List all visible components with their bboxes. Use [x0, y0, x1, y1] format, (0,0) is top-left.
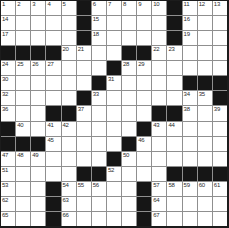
- clue-number: 50: [123, 152, 129, 158]
- clue-number: 35: [199, 91, 205, 97]
- white-cell[interactable]: 30: [1, 76, 15, 90]
- white-cell[interactable]: [107, 31, 121, 45]
- white-cell[interactable]: [92, 152, 106, 166]
- clue-number: 53: [2, 182, 8, 188]
- clue-number: 34: [184, 91, 190, 97]
- white-cell[interactable]: 64: [152, 197, 166, 211]
- clue-number: 29: [138, 61, 144, 67]
- clue-number: 48: [17, 152, 23, 158]
- white-cell[interactable]: [183, 61, 197, 75]
- clue-number: 23: [168, 46, 174, 52]
- white-cell[interactable]: [198, 61, 212, 75]
- white-cell[interactable]: 53: [1, 182, 15, 196]
- white-cell[interactable]: [167, 152, 181, 166]
- black-cell: [167, 31, 181, 45]
- white-cell[interactable]: [31, 91, 45, 105]
- black-cell: [152, 106, 166, 120]
- white-cell[interactable]: 39: [213, 106, 227, 120]
- white-cell[interactable]: [62, 61, 76, 75]
- clue-number: 2: [17, 1, 20, 7]
- white-cell[interactable]: [16, 106, 30, 120]
- white-cell[interactable]: [46, 31, 60, 45]
- white-cell[interactable]: [92, 122, 106, 136]
- white-cell[interactable]: [213, 152, 227, 166]
- black-cell: [137, 212, 151, 226]
- white-cell[interactable]: 66: [62, 212, 76, 226]
- black-cell: [46, 212, 60, 226]
- white-cell[interactable]: 33: [92, 91, 106, 105]
- clue-number: 62: [2, 197, 8, 203]
- white-cell[interactable]: [137, 31, 151, 45]
- white-cell[interactable]: [167, 76, 181, 90]
- white-cell[interactable]: 17: [1, 31, 15, 45]
- black-cell: [77, 1, 91, 15]
- black-cell: [77, 31, 91, 45]
- white-cell[interactable]: 1: [1, 1, 15, 15]
- white-cell[interactable]: 60: [198, 182, 212, 196]
- white-cell[interactable]: [16, 197, 30, 211]
- clue-number: 45: [47, 137, 53, 143]
- white-cell[interactable]: 34: [183, 91, 197, 105]
- white-cell[interactable]: 22: [152, 46, 166, 60]
- white-cell[interactable]: [16, 16, 30, 30]
- white-cell[interactable]: 44: [167, 122, 181, 136]
- clue-number: 15: [93, 16, 99, 22]
- white-cell[interactable]: 54: [62, 182, 76, 196]
- white-cell[interactable]: [167, 212, 181, 226]
- white-cell[interactable]: [213, 31, 227, 45]
- white-cell[interactable]: 37: [77, 106, 91, 120]
- white-cell[interactable]: 45: [46, 137, 60, 151]
- white-cell[interactable]: 58: [167, 182, 181, 196]
- clue-number: 1: [2, 1, 5, 7]
- white-cell[interactable]: [122, 91, 136, 105]
- clue-number: 16: [184, 16, 190, 22]
- white-cell[interactable]: [16, 31, 30, 45]
- white-cell[interactable]: [183, 137, 197, 151]
- white-cell[interactable]: [46, 16, 60, 30]
- black-cell: [62, 106, 76, 120]
- white-cell[interactable]: [46, 167, 60, 181]
- black-cell: [1, 122, 15, 136]
- clue-number: 25: [17, 61, 23, 67]
- white-cell[interactable]: [62, 167, 76, 181]
- clue-number: 33: [93, 91, 99, 97]
- black-cell: [213, 91, 227, 105]
- black-cell: [213, 76, 227, 90]
- white-cell[interactable]: [92, 106, 106, 120]
- clue-number: 67: [153, 212, 159, 218]
- white-cell[interactable]: [183, 122, 197, 136]
- white-cell[interactable]: 62: [1, 197, 15, 211]
- black-cell: [31, 46, 45, 60]
- clue-number: 52: [108, 167, 114, 173]
- white-cell[interactable]: [137, 16, 151, 30]
- black-cell: [31, 137, 45, 151]
- clue-number: 7: [108, 1, 111, 7]
- white-cell[interactable]: [62, 31, 76, 45]
- clue-number: 55: [78, 182, 84, 188]
- white-cell[interactable]: 15: [92, 16, 106, 30]
- white-cell[interactable]: 59: [183, 182, 197, 196]
- white-cell[interactable]: 63: [62, 197, 76, 211]
- white-cell[interactable]: 67: [152, 212, 166, 226]
- clue-number: 63: [63, 197, 69, 203]
- clue-number: 19: [184, 31, 190, 37]
- white-cell[interactable]: [122, 197, 136, 211]
- clue-number: 61: [214, 182, 220, 188]
- white-cell[interactable]: [62, 91, 76, 105]
- black-cell: [107, 152, 121, 166]
- white-cell[interactable]: 55: [77, 182, 91, 196]
- white-cell[interactable]: [77, 152, 91, 166]
- white-cell[interactable]: [137, 106, 151, 120]
- white-cell[interactable]: [107, 122, 121, 136]
- white-cell[interactable]: 8: [122, 1, 136, 15]
- white-cell[interactable]: 4: [46, 1, 60, 15]
- white-cell[interactable]: [183, 46, 197, 60]
- black-cell: [46, 106, 60, 120]
- clue-number: 22: [153, 46, 159, 52]
- black-cell: [137, 182, 151, 196]
- clue-number: 30: [2, 76, 8, 82]
- clue-number: 44: [168, 122, 174, 128]
- white-cell[interactable]: [46, 152, 60, 166]
- white-cell[interactable]: [198, 16, 212, 30]
- clue-number: 58: [168, 182, 174, 188]
- white-cell[interactable]: [31, 31, 45, 45]
- clue-number: 65: [2, 212, 8, 218]
- white-cell[interactable]: [213, 137, 227, 151]
- white-cell[interactable]: [92, 197, 106, 211]
- black-cell: [183, 167, 197, 181]
- white-cell[interactable]: [92, 212, 106, 226]
- white-cell[interactable]: [31, 167, 45, 181]
- white-cell[interactable]: [137, 76, 151, 90]
- black-cell: [122, 46, 136, 60]
- white-cell[interactable]: [122, 167, 136, 181]
- white-cell[interactable]: 9: [137, 1, 151, 15]
- white-cell[interactable]: [137, 91, 151, 105]
- black-cell: [167, 16, 181, 30]
- black-cell: [77, 91, 91, 105]
- black-cell: [198, 76, 212, 90]
- clue-number: 26: [32, 61, 38, 67]
- clue-number: 10: [153, 1, 159, 7]
- white-cell[interactable]: 61: [213, 182, 227, 196]
- clue-number: 14: [2, 16, 8, 22]
- white-cell[interactable]: 57: [152, 182, 166, 196]
- white-cell[interactable]: [152, 167, 166, 181]
- white-cell[interactable]: [167, 137, 181, 151]
- clue-number: 11: [184, 1, 190, 7]
- black-cell: [77, 167, 91, 181]
- white-cell[interactable]: [107, 137, 121, 151]
- white-cell[interactable]: [31, 197, 45, 211]
- white-cell[interactable]: [107, 46, 121, 60]
- white-cell[interactable]: [122, 31, 136, 45]
- white-cell[interactable]: [152, 137, 166, 151]
- white-cell[interactable]: 11: [183, 1, 197, 15]
- black-cell: [183, 76, 197, 90]
- clue-number: 40: [17, 122, 23, 128]
- black-cell: [1, 137, 15, 151]
- white-cell[interactable]: [152, 76, 166, 90]
- clue-number: 56: [93, 182, 99, 188]
- clue-number: 13: [214, 1, 220, 7]
- white-cell[interactable]: 65: [1, 212, 15, 226]
- white-cell[interactable]: 3: [31, 1, 45, 15]
- white-cell[interactable]: 42: [62, 122, 76, 136]
- white-cell[interactable]: [137, 167, 151, 181]
- white-cell[interactable]: [167, 61, 181, 75]
- white-cell[interactable]: [122, 182, 136, 196]
- white-cell[interactable]: 21: [77, 46, 91, 60]
- white-cell[interactable]: [107, 91, 121, 105]
- black-cell: [107, 61, 121, 75]
- white-cell[interactable]: [137, 152, 151, 166]
- white-cell[interactable]: 41: [46, 122, 60, 136]
- white-cell[interactable]: 14: [1, 16, 15, 30]
- white-cell[interactable]: [92, 137, 106, 151]
- white-cell[interactable]: 35: [198, 91, 212, 105]
- clue-number: 66: [63, 212, 69, 218]
- clue-number: 17: [2, 31, 8, 37]
- white-cell[interactable]: [77, 197, 91, 211]
- clue-number: 27: [47, 61, 53, 67]
- white-cell[interactable]: [31, 182, 45, 196]
- white-cell[interactable]: 50: [122, 152, 136, 166]
- clue-number: 41: [47, 122, 53, 128]
- white-cell[interactable]: [62, 137, 76, 151]
- white-cell[interactable]: [62, 16, 76, 30]
- white-cell[interactable]: 5: [62, 1, 76, 15]
- clue-number: 47: [2, 152, 8, 158]
- clue-number: 5: [63, 1, 66, 7]
- black-cell: [167, 167, 181, 181]
- clue-number: 24: [2, 61, 8, 67]
- clue-number: 28: [123, 61, 129, 67]
- white-cell[interactable]: 47: [1, 152, 15, 166]
- clue-number: 31: [108, 76, 114, 82]
- white-cell[interactable]: 23: [167, 46, 181, 60]
- black-cell: [198, 167, 212, 181]
- white-cell[interactable]: 32: [1, 91, 15, 105]
- white-cell[interactable]: [31, 106, 45, 120]
- black-cell: [213, 167, 227, 181]
- clue-number: 57: [153, 182, 159, 188]
- white-cell[interactable]: [16, 212, 30, 226]
- clue-number: 49: [32, 152, 38, 158]
- clue-number: 6: [93, 1, 96, 7]
- white-cell[interactable]: 43: [152, 122, 166, 136]
- black-cell: [122, 137, 136, 151]
- clue-number: 42: [63, 122, 69, 128]
- black-cell: [92, 76, 106, 90]
- white-cell[interactable]: [213, 122, 227, 136]
- white-cell[interactable]: 40: [16, 122, 30, 136]
- clue-number: 3: [32, 1, 35, 7]
- white-cell[interactable]: [198, 137, 212, 151]
- black-cell: [92, 167, 106, 181]
- white-cell[interactable]: 18: [92, 31, 106, 45]
- white-cell[interactable]: [46, 76, 60, 90]
- clue-number: 8: [123, 1, 126, 7]
- clue-number: 54: [63, 182, 69, 188]
- white-cell[interactable]: [198, 152, 212, 166]
- white-cell[interactable]: [77, 212, 91, 226]
- white-cell[interactable]: [77, 76, 91, 90]
- white-cell[interactable]: [183, 197, 197, 211]
- white-cell[interactable]: [213, 197, 227, 211]
- white-cell[interactable]: [62, 76, 76, 90]
- white-cell[interactable]: 13: [213, 1, 227, 15]
- white-cell[interactable]: [77, 61, 91, 75]
- clue-number: 12: [199, 1, 205, 7]
- white-cell[interactable]: [213, 16, 227, 30]
- clue-number: 20: [63, 46, 69, 52]
- white-cell[interactable]: [152, 61, 166, 75]
- white-cell[interactable]: [183, 152, 197, 166]
- white-cell[interactable]: 25: [16, 61, 30, 75]
- black-cell: [137, 197, 151, 211]
- white-cell[interactable]: [152, 31, 166, 45]
- white-cell[interactable]: [62, 152, 76, 166]
- white-cell[interactable]: 19: [183, 31, 197, 45]
- white-cell[interactable]: 46: [137, 137, 151, 151]
- black-cell: [137, 122, 151, 136]
- black-cell: [137, 46, 151, 60]
- clue-number: 51: [2, 167, 8, 173]
- black-cell: [16, 137, 30, 151]
- clue-number: 64: [153, 197, 159, 203]
- white-cell[interactable]: 28: [122, 61, 136, 75]
- clue-number: 37: [78, 106, 84, 112]
- white-cell[interactable]: 56: [92, 182, 106, 196]
- clue-number: 60: [199, 182, 205, 188]
- white-cell[interactable]: [213, 61, 227, 75]
- white-cell[interactable]: 52: [107, 167, 121, 181]
- white-cell[interactable]: [16, 167, 30, 181]
- white-cell[interactable]: [183, 212, 197, 226]
- white-cell[interactable]: [16, 76, 30, 90]
- white-cell[interactable]: [167, 91, 181, 105]
- white-cell[interactable]: 6: [92, 1, 106, 15]
- white-cell[interactable]: 49: [31, 152, 45, 166]
- white-cell[interactable]: [16, 91, 30, 105]
- white-cell[interactable]: 27: [46, 61, 60, 75]
- white-cell[interactable]: 2: [16, 1, 30, 15]
- white-cell[interactable]: 51: [1, 167, 15, 181]
- clue-number: 59: [184, 182, 190, 188]
- white-cell[interactable]: 24: [1, 61, 15, 75]
- white-cell[interactable]: 10: [152, 1, 166, 15]
- white-cell[interactable]: [107, 212, 121, 226]
- black-cell: [46, 197, 60, 211]
- black-cell: [16, 46, 30, 60]
- clue-number: 38: [184, 106, 190, 112]
- white-cell[interactable]: [107, 106, 121, 120]
- white-cell[interactable]: [31, 212, 45, 226]
- white-cell[interactable]: [167, 197, 181, 211]
- white-cell[interactable]: [77, 122, 91, 136]
- white-cell[interactable]: 36: [1, 106, 15, 120]
- clue-number: 36: [2, 106, 8, 112]
- white-cell[interactable]: [92, 61, 106, 75]
- white-cell[interactable]: 20: [62, 46, 76, 60]
- black-cell: [167, 106, 181, 120]
- white-cell[interactable]: [107, 182, 121, 196]
- clue-number: 21: [78, 46, 84, 52]
- white-cell[interactable]: [16, 182, 30, 196]
- white-cell[interactable]: [92, 46, 106, 60]
- crossword-grid: 1234567891011121314151617181920212223242…: [0, 0, 229, 228]
- white-cell[interactable]: 48: [16, 152, 30, 166]
- black-cell: [77, 16, 91, 30]
- white-cell[interactable]: [46, 91, 60, 105]
- white-cell[interactable]: [198, 212, 212, 226]
- white-cell[interactable]: 26: [31, 61, 45, 75]
- white-cell[interactable]: [31, 76, 45, 90]
- white-cell[interactable]: [198, 106, 212, 120]
- white-cell[interactable]: [31, 122, 45, 136]
- white-cell[interactable]: 31: [107, 76, 121, 90]
- white-cell[interactable]: [122, 122, 136, 136]
- clue-number: 43: [153, 122, 159, 128]
- white-cell[interactable]: 29: [137, 61, 151, 75]
- white-cell[interactable]: [122, 16, 136, 30]
- white-cell[interactable]: [198, 46, 212, 60]
- black-cell: [1, 46, 15, 60]
- white-cell[interactable]: [152, 91, 166, 105]
- white-cell[interactable]: [198, 122, 212, 136]
- clue-number: 9: [138, 1, 141, 7]
- clue-number: 4: [47, 1, 50, 7]
- white-cell[interactable]: [152, 16, 166, 30]
- white-cell[interactable]: 38: [183, 106, 197, 120]
- black-cell: [167, 1, 181, 15]
- white-cell[interactable]: 7: [107, 1, 121, 15]
- white-cell[interactable]: [122, 106, 136, 120]
- white-cell[interactable]: [198, 31, 212, 45]
- white-cell[interactable]: [213, 46, 227, 60]
- white-cell[interactable]: [31, 16, 45, 30]
- white-cell[interactable]: 16: [183, 16, 197, 30]
- white-cell[interactable]: [122, 212, 136, 226]
- white-cell[interactable]: 12: [198, 1, 212, 15]
- white-cell[interactable]: [198, 197, 212, 211]
- white-cell[interactable]: [77, 137, 91, 151]
- white-cell[interactable]: [152, 152, 166, 166]
- clue-number: 39: [214, 106, 220, 112]
- white-cell[interactable]: [213, 212, 227, 226]
- black-cell: [46, 182, 60, 196]
- white-cell[interactable]: [107, 197, 121, 211]
- white-cell[interactable]: [122, 76, 136, 90]
- white-cell[interactable]: [107, 16, 121, 30]
- clue-number: 32: [2, 91, 8, 97]
- clue-number: 46: [138, 137, 144, 143]
- clue-number: 18: [93, 31, 99, 37]
- black-cell: [46, 46, 60, 60]
